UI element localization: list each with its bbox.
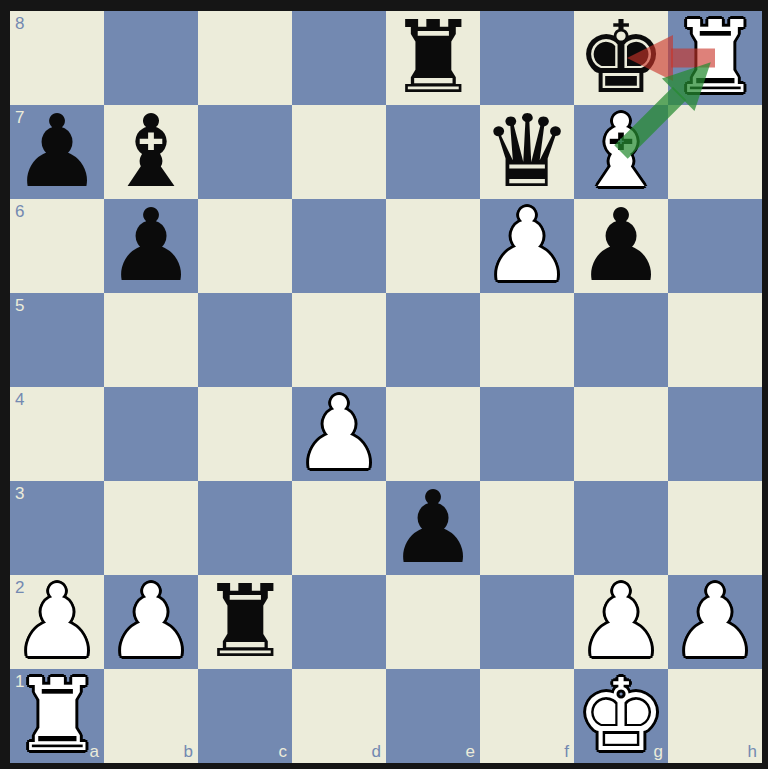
square-d1[interactable]: d xyxy=(292,669,386,763)
square-c3[interactable] xyxy=(198,481,292,575)
file-label-e: e xyxy=(466,742,475,762)
square-f4[interactable] xyxy=(480,387,574,481)
square-h7[interactable] xyxy=(668,105,762,199)
square-e6[interactable] xyxy=(386,199,480,293)
app-window: 8♜♚♜7♟♝♛♝6♟♟♟54♟3♟2♟♟♜♟♟1a♜bcdefg♚h xyxy=(0,0,768,769)
square-f2[interactable] xyxy=(480,575,574,669)
square-a6[interactable]: 6 xyxy=(10,199,104,293)
white-rook[interactable]: ♜ xyxy=(668,11,762,105)
square-f5[interactable] xyxy=(480,293,574,387)
white-king[interactable]: ♚ xyxy=(574,669,668,763)
square-d6[interactable] xyxy=(292,199,386,293)
square-b5[interactable] xyxy=(104,293,198,387)
square-g7[interactable]: ♝ xyxy=(574,105,668,199)
square-b7[interactable]: ♝ xyxy=(104,105,198,199)
square-c6[interactable] xyxy=(198,199,292,293)
square-a4[interactable]: 4 xyxy=(10,387,104,481)
white-pawn[interactable]: ♟ xyxy=(574,575,668,669)
black-pawn[interactable]: ♟ xyxy=(574,199,668,293)
square-e8[interactable]: ♜ xyxy=(386,11,480,105)
white-bishop[interactable]: ♝ xyxy=(574,105,668,199)
square-h6[interactable] xyxy=(668,199,762,293)
white-pawn[interactable]: ♟ xyxy=(480,199,574,293)
rank-label-8: 8 xyxy=(15,14,24,34)
white-pawn[interactable]: ♟ xyxy=(10,575,104,669)
square-a7[interactable]: 7♟ xyxy=(10,105,104,199)
square-c5[interactable] xyxy=(198,293,292,387)
square-h4[interactable] xyxy=(668,387,762,481)
square-c4[interactable] xyxy=(198,387,292,481)
square-d4[interactable]: ♟ xyxy=(292,387,386,481)
white-pawn[interactable]: ♟ xyxy=(292,387,386,481)
square-c7[interactable] xyxy=(198,105,292,199)
square-h3[interactable] xyxy=(668,481,762,575)
square-h1[interactable]: h xyxy=(668,669,762,763)
square-d7[interactable] xyxy=(292,105,386,199)
square-a2[interactable]: 2♟ xyxy=(10,575,104,669)
square-g3[interactable] xyxy=(574,481,668,575)
square-a8[interactable]: 8 xyxy=(10,11,104,105)
square-b2[interactable]: ♟ xyxy=(104,575,198,669)
white-pawn[interactable]: ♟ xyxy=(104,575,198,669)
square-d3[interactable] xyxy=(292,481,386,575)
chess-board: 8♜♚♜7♟♝♛♝6♟♟♟54♟3♟2♟♟♜♟♟1a♜bcdefg♚h xyxy=(10,11,762,763)
square-c1[interactable]: c xyxy=(198,669,292,763)
square-f6[interactable]: ♟ xyxy=(480,199,574,293)
square-f7[interactable]: ♛ xyxy=(480,105,574,199)
square-e5[interactable] xyxy=(386,293,480,387)
square-h5[interactable] xyxy=(668,293,762,387)
square-h8[interactable]: ♜ xyxy=(668,11,762,105)
square-c2[interactable]: ♜ xyxy=(198,575,292,669)
square-g1[interactable]: g♚ xyxy=(574,669,668,763)
square-a3[interactable]: 3 xyxy=(10,481,104,575)
square-b3[interactable] xyxy=(104,481,198,575)
white-rook[interactable]: ♜ xyxy=(10,669,104,763)
square-g4[interactable] xyxy=(574,387,668,481)
rank-label-4: 4 xyxy=(15,390,24,410)
square-d8[interactable] xyxy=(292,11,386,105)
black-pawn[interactable]: ♟ xyxy=(10,105,104,199)
rank-label-5: 5 xyxy=(15,296,24,316)
square-e3[interactable]: ♟ xyxy=(386,481,480,575)
square-e7[interactable] xyxy=(386,105,480,199)
square-f3[interactable] xyxy=(480,481,574,575)
square-g8[interactable]: ♚ xyxy=(574,11,668,105)
square-b6[interactable]: ♟ xyxy=(104,199,198,293)
square-g5[interactable] xyxy=(574,293,668,387)
square-c8[interactable] xyxy=(198,11,292,105)
rank-label-6: 6 xyxy=(15,202,24,222)
square-b8[interactable] xyxy=(104,11,198,105)
black-king[interactable]: ♚ xyxy=(574,11,668,105)
black-pawn[interactable]: ♟ xyxy=(104,199,198,293)
white-pawn[interactable]: ♟ xyxy=(668,575,762,669)
rank-label-3: 3 xyxy=(15,484,24,504)
black-rook[interactable]: ♜ xyxy=(198,575,292,669)
black-bishop[interactable]: ♝ xyxy=(104,105,198,199)
square-d2[interactable] xyxy=(292,575,386,669)
square-d5[interactable] xyxy=(292,293,386,387)
file-label-c: c xyxy=(279,742,288,762)
file-label-f: f xyxy=(564,742,569,762)
file-label-b: b xyxy=(184,742,193,762)
black-rook[interactable]: ♜ xyxy=(386,11,480,105)
square-e2[interactable] xyxy=(386,575,480,669)
black-queen[interactable]: ♛ xyxy=(480,105,574,199)
square-a1[interactable]: 1a♜ xyxy=(10,669,104,763)
square-b1[interactable]: b xyxy=(104,669,198,763)
file-label-h: h xyxy=(748,742,757,762)
square-b4[interactable] xyxy=(104,387,198,481)
square-g2[interactable]: ♟ xyxy=(574,575,668,669)
file-label-d: d xyxy=(372,742,381,762)
square-a5[interactable]: 5 xyxy=(10,293,104,387)
black-pawn[interactable]: ♟ xyxy=(386,481,480,575)
square-f8[interactable] xyxy=(480,11,574,105)
square-h2[interactable]: ♟ xyxy=(668,575,762,669)
square-g6[interactable]: ♟ xyxy=(574,199,668,293)
square-e1[interactable]: e xyxy=(386,669,480,763)
square-e4[interactable] xyxy=(386,387,480,481)
square-f1[interactable]: f xyxy=(480,669,574,763)
